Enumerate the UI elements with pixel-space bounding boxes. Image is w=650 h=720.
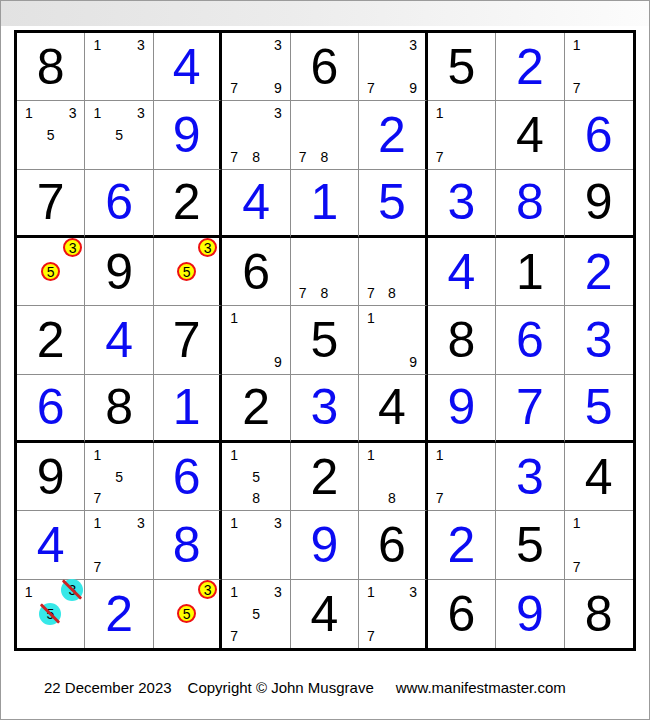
candidate-slot-4	[360, 603, 381, 625]
candidate-5-eliminated[interactable]: 5	[39, 603, 61, 625]
candidate-8[interactable]: 8	[252, 149, 260, 165]
footer-date: 22 December 2023	[44, 679, 172, 696]
cell-r1c7[interactable]: 5	[428, 33, 496, 101]
candidate-slot-9	[267, 625, 289, 647]
candidate-slot-6	[130, 534, 152, 556]
candidate-slot-3: 3	[61, 581, 83, 603]
candidate-slot-2	[381, 307, 402, 329]
cell-r7c9[interactable]: 4	[565, 443, 633, 511]
cell-r5c2[interactable]: 4	[85, 306, 153, 374]
cell-r3c2[interactable]: 6	[85, 170, 153, 238]
candidate-slot-3: 3	[267, 34, 289, 56]
cell-r4c6[interactable]: 78	[359, 238, 427, 306]
cell-r4c3[interactable]: 35	[154, 238, 222, 306]
cell-r6c6[interactable]: 4	[359, 375, 427, 443]
candidate-5[interactable]: 5	[47, 127, 55, 143]
cell-r6c3[interactable]: 1	[154, 375, 222, 443]
pencil-marks: 13	[86, 34, 151, 99]
candidate-3[interactable]: 3	[274, 37, 282, 53]
candidate-slot-4	[18, 124, 40, 146]
candidate-slot-3: 3	[403, 34, 424, 56]
candidate-slot-5	[108, 534, 130, 556]
candidate-slot-4	[292, 261, 314, 283]
candidate-slot-9	[130, 146, 152, 168]
candidate-3[interactable]: 3	[137, 515, 145, 531]
candidate-7[interactable]: 7	[93, 559, 101, 575]
candidate-5-highlighted[interactable]: 5	[177, 262, 196, 281]
given-digit: 6	[447, 589, 475, 639]
candidate-slot-9	[403, 625, 424, 647]
candidate-slot-3	[610, 512, 632, 534]
cell-r3c7[interactable]: 3	[428, 170, 496, 238]
candidate-slot-1	[292, 102, 314, 124]
candidate-slot-2	[450, 102, 472, 124]
candidate-7[interactable]: 7	[230, 149, 238, 165]
cell-r4c4[interactable]: 6	[222, 238, 290, 306]
cell-r2c1[interactable]: 135	[17, 101, 85, 169]
pencil-marks: 157	[86, 444, 151, 509]
candidate-slot-7	[18, 283, 40, 305]
pencil-marks: 18	[360, 444, 423, 509]
candidate-slot-4	[223, 534, 245, 556]
given-digit: 5	[516, 520, 544, 570]
candidate-slot-2	[381, 444, 402, 466]
cell-r6c8[interactable]: 7	[496, 375, 564, 443]
candidate-slot-6	[335, 124, 357, 146]
candidate-slot-1: 1	[223, 444, 245, 466]
candidate-slot-6	[403, 56, 424, 78]
candidate-slot-5	[381, 56, 402, 78]
solved-digit: 9	[516, 589, 544, 639]
pencil-marks: 19	[223, 307, 288, 372]
cell-r4c1[interactable]: 35	[17, 238, 85, 306]
cell-r1c9[interactable]: 17	[565, 33, 633, 101]
candidate-3[interactable]: 3	[274, 584, 282, 600]
candidate-9[interactable]: 9	[409, 80, 417, 96]
cell-r3c8[interactable]: 8	[496, 170, 564, 238]
candidate-slot-1: 1	[86, 34, 108, 56]
candidate-8[interactable]: 8	[321, 149, 329, 165]
candidate-slot-9	[130, 556, 152, 578]
candidate-slot-7	[223, 556, 245, 578]
candidate-8[interactable]: 8	[388, 285, 396, 301]
candidate-slot-2	[245, 512, 267, 534]
solved-digit: 4	[242, 177, 270, 227]
cell-r5c4[interactable]: 19	[222, 306, 290, 374]
candidate-8[interactable]: 8	[388, 490, 396, 506]
cell-r2c2[interactable]: 135	[85, 101, 153, 169]
solved-digit: 8	[516, 177, 544, 227]
candidate-slot-5	[245, 329, 267, 351]
candidate-slot-1: 1	[566, 512, 588, 534]
cell-r9c1[interactable]: 135	[17, 580, 85, 648]
cell-r8c3[interactable]: 8	[154, 511, 222, 579]
given-digit: 2	[311, 452, 339, 502]
candidate-slot-6	[267, 603, 289, 625]
pencil-marks: 17	[429, 102, 494, 167]
cell-r7c1[interactable]: 9	[17, 443, 85, 511]
solved-digit: 7	[516, 382, 544, 432]
candidate-slot-9	[403, 283, 424, 305]
candidate-slot-1: 1	[223, 307, 245, 329]
candidate-slot-6	[403, 329, 424, 351]
pencil-marks: 17	[566, 512, 632, 577]
pencil-marks: 378	[223, 102, 288, 167]
candidate-slot-8	[176, 283, 197, 305]
candidate-slot-9	[130, 78, 152, 100]
pencil-marks: 13	[223, 512, 288, 577]
candidate-slot-6	[267, 329, 289, 351]
candidate-slot-2	[450, 444, 472, 466]
cell-r2c5[interactable]: 78	[291, 101, 359, 169]
cell-r2c3[interactable]: 9	[154, 101, 222, 169]
given-digit: 2	[173, 177, 201, 227]
candidate-slot-2	[176, 581, 197, 603]
candidate-slot-3: 3	[197, 581, 218, 603]
candidate-7[interactable]: 7	[367, 628, 375, 644]
candidate-1[interactable]: 1	[230, 515, 238, 531]
candidate-slot-9	[267, 556, 289, 578]
cell-r8c8[interactable]: 5	[496, 511, 564, 579]
candidate-5-highlighted[interactable]: 5	[177, 604, 196, 623]
cell-r5c1[interactable]: 2	[17, 306, 85, 374]
candidate-slot-3: 3	[403, 581, 424, 603]
candidate-7[interactable]: 7	[367, 285, 375, 301]
candidate-slot-8	[588, 78, 610, 100]
solved-digit: 3	[447, 177, 475, 227]
cell-r7c8[interactable]: 3	[496, 443, 564, 511]
cell-r5c5[interactable]: 5	[291, 306, 359, 374]
candidate-slot-8	[108, 556, 130, 578]
candidate-3[interactable]: 3	[274, 105, 282, 121]
candidate-1[interactable]: 1	[367, 447, 375, 463]
cell-r8c7[interactable]: 2	[428, 511, 496, 579]
candidate-slot-5	[450, 466, 472, 488]
given-digit: 9	[105, 247, 133, 297]
candidate-slot-6	[130, 56, 152, 78]
candidate-1[interactable]: 1	[25, 105, 33, 121]
candidate-1[interactable]: 1	[93, 447, 101, 463]
cell-r4c5[interactable]: 78	[291, 238, 359, 306]
candidate-slot-7	[18, 146, 40, 168]
candidate-slot-9	[335, 283, 357, 305]
candidate-slot-4	[223, 603, 245, 625]
cell-r6c1[interactable]: 6	[17, 375, 85, 443]
solved-digit: 2	[447, 520, 475, 570]
given-digit: 5	[311, 315, 339, 365]
candidate-8[interactable]: 8	[252, 490, 260, 506]
cell-r6c7[interactable]: 9	[428, 375, 496, 443]
candidate-slot-6	[610, 534, 632, 556]
solved-digit: 9	[447, 382, 475, 432]
candidate-7[interactable]: 7	[436, 490, 444, 506]
cell-r8c9[interactable]: 17	[565, 511, 633, 579]
candidate-7[interactable]: 7	[230, 628, 238, 644]
candidate-slot-2	[245, 102, 267, 124]
candidate-slot-2	[108, 102, 130, 124]
candidate-slot-4	[360, 261, 381, 283]
candidate-1[interactable]: 1	[230, 310, 238, 326]
candidate-slot-9: 9	[267, 351, 289, 373]
cell-r3c5[interactable]: 1	[291, 170, 359, 238]
candidate-slot-1	[292, 239, 314, 261]
candidate-slot-1	[360, 34, 381, 56]
cell-r7c4[interactable]: 158	[222, 443, 290, 511]
cell-r8c6[interactable]: 6	[359, 511, 427, 579]
cell-r6c9[interactable]: 5	[565, 375, 633, 443]
candidate-slot-1	[155, 239, 176, 261]
candidate-slot-5	[381, 603, 402, 625]
candidate-slot-8: 8	[314, 283, 336, 305]
candidate-3[interactable]: 3	[69, 105, 77, 121]
candidate-5[interactable]: 5	[115, 469, 123, 485]
cell-r8c2[interactable]: 137	[85, 511, 153, 579]
candidate-slot-5: 5	[40, 261, 62, 283]
candidate-slot-6	[267, 56, 289, 78]
cell-r6c5[interactable]: 3	[291, 375, 359, 443]
cell-r9c7[interactable]: 6	[428, 580, 496, 648]
cell-r3c4[interactable]: 4	[222, 170, 290, 238]
candidate-slot-5	[381, 466, 402, 488]
candidate-slot-8	[245, 78, 267, 100]
cell-r1c3[interactable]: 4	[154, 33, 222, 101]
candidate-slot-9	[472, 488, 494, 510]
footer-url: www.manifestmaster.com	[396, 679, 566, 696]
candidate-slot-9: 9	[403, 78, 424, 100]
candidate-slot-8	[108, 78, 130, 100]
candidate-slot-1: 1	[86, 512, 108, 534]
candidate-1[interactable]: 1	[573, 515, 581, 531]
candidate-3[interactable]: 3	[274, 515, 282, 531]
candidate-slot-1: 1	[429, 102, 451, 124]
candidate-slot-5: 5	[245, 466, 267, 488]
given-digit: 8	[37, 42, 65, 92]
candidate-slot-6	[403, 261, 424, 283]
candidate-slot-8	[245, 351, 267, 373]
cell-r7c5[interactable]: 2	[291, 443, 359, 511]
candidate-slot-2	[108, 512, 130, 534]
candidate-slot-6	[267, 466, 289, 488]
cell-r9c8[interactable]: 9	[496, 580, 564, 648]
cell-r3c3[interactable]: 2	[154, 170, 222, 238]
solved-digit: 5	[585, 382, 613, 432]
candidate-9[interactable]: 9	[409, 354, 417, 370]
candidate-1[interactable]: 1	[436, 447, 444, 463]
candidate-slot-9	[610, 556, 632, 578]
candidate-slot-4	[566, 56, 588, 78]
candidate-1[interactable]: 1	[93, 105, 101, 121]
candidate-slot-6	[335, 261, 357, 283]
candidate-7[interactable]: 7	[230, 80, 238, 96]
cell-r7c7[interactable]: 17	[428, 443, 496, 511]
candidate-5[interactable]: 5	[115, 127, 123, 143]
candidate-slot-7	[223, 488, 245, 510]
cell-r2c9[interactable]: 6	[565, 101, 633, 169]
candidate-slot-4	[18, 261, 40, 283]
candidate-slot-9	[403, 488, 424, 510]
solved-digit: 6	[516, 315, 544, 365]
cell-r7c2[interactable]: 157	[85, 443, 153, 511]
cell-r6c2[interactable]: 8	[85, 375, 153, 443]
candidate-slot-1	[18, 239, 40, 261]
candidate-slot-9	[267, 146, 289, 168]
cell-r2c8[interactable]: 4	[496, 101, 564, 169]
pencil-marks: 78	[292, 102, 357, 167]
pencil-marks: 158	[223, 444, 288, 509]
candidate-slot-4	[18, 603, 39, 625]
candidate-slot-5: 5	[176, 603, 197, 625]
candidate-slot-1: 1	[566, 34, 588, 56]
candidate-3[interactable]: 3	[137, 105, 145, 121]
candidate-slot-3	[610, 34, 632, 56]
cell-r4c8[interactable]: 1	[496, 238, 564, 306]
candidate-3[interactable]: 3	[409, 584, 417, 600]
candidate-1[interactable]: 1	[25, 584, 33, 600]
cell-r8c4[interactable]: 13	[222, 511, 290, 579]
candidate-7[interactable]: 7	[93, 490, 101, 506]
cell-r9c9[interactable]: 8	[565, 580, 633, 648]
candidate-slot-7	[155, 283, 176, 305]
footer: 22 December 2023Copyright © John Musgrav…	[44, 679, 566, 696]
cell-r1c1[interactable]: 8	[17, 33, 85, 101]
cell-r1c2[interactable]: 13	[85, 33, 153, 101]
candidate-slot-7: 7	[292, 283, 314, 305]
solved-digit: 1	[173, 382, 201, 432]
candidate-slot-8	[381, 625, 402, 647]
candidate-slot-7: 7	[429, 146, 451, 168]
cell-r7c3[interactable]: 6	[154, 443, 222, 511]
cell-r8c5[interactable]: 9	[291, 511, 359, 579]
given-digit: 8	[447, 315, 475, 365]
cell-r9c3[interactable]: 35	[154, 580, 222, 648]
candidate-1[interactable]: 1	[573, 37, 581, 53]
candidate-3-highlighted[interactable]: 3	[198, 238, 217, 257]
cell-r3c6[interactable]: 5	[359, 170, 427, 238]
candidate-slot-7: 7	[360, 625, 381, 647]
given-digit: 7	[37, 177, 65, 227]
candidate-slot-4	[155, 261, 176, 283]
given-digit: 4	[516, 110, 544, 160]
cell-r2c7[interactable]: 17	[428, 101, 496, 169]
candidate-1[interactable]: 1	[93, 37, 101, 53]
candidate-slot-3: 3	[130, 34, 152, 56]
cell-r4c7[interactable]: 4	[428, 238, 496, 306]
cell-r9c5[interactable]: 4	[291, 580, 359, 648]
candidate-slot-8	[108, 488, 130, 510]
candidate-slot-7	[360, 351, 381, 373]
cell-r3c9[interactable]: 9	[565, 170, 633, 238]
solved-digit: 4	[37, 520, 65, 570]
candidate-3-highlighted[interactable]: 3	[63, 238, 82, 257]
solved-digit: 6	[173, 452, 201, 502]
sudoku-board: 8134379637952171351359378782174676241538…	[14, 30, 636, 651]
candidate-1[interactable]: 1	[230, 584, 238, 600]
given-digit: 4	[585, 452, 613, 502]
candidate-slot-6	[197, 261, 218, 283]
candidate-7[interactable]: 7	[573, 80, 581, 96]
candidate-slot-1: 1	[429, 444, 451, 466]
candidate-1[interactable]: 1	[367, 310, 375, 326]
candidate-slot-9	[61, 625, 83, 647]
cell-r5c6[interactable]: 19	[359, 306, 427, 374]
cell-r9c2[interactable]: 2	[85, 580, 153, 648]
candidate-8[interactable]: 8	[321, 285, 329, 301]
candidate-7[interactable]: 7	[299, 149, 307, 165]
candidate-slot-7	[18, 625, 39, 647]
candidate-slot-1: 1	[86, 444, 108, 466]
candidate-slot-7: 7	[223, 146, 245, 168]
candidate-slot-2	[245, 34, 267, 56]
candidate-7[interactable]: 7	[367, 80, 375, 96]
candidate-slot-4	[223, 56, 245, 78]
candidate-7[interactable]: 7	[299, 285, 307, 301]
candidate-9[interactable]: 9	[274, 354, 282, 370]
candidate-9[interactable]: 9	[274, 80, 282, 96]
candidate-slot-6	[130, 466, 152, 488]
solved-digit: 9	[311, 520, 339, 570]
candidate-5[interactable]: 5	[252, 469, 260, 485]
candidate-slot-2	[108, 34, 130, 56]
candidate-1[interactable]: 1	[230, 447, 238, 463]
candidate-slot-6	[403, 466, 424, 488]
cell-r5c7[interactable]: 8	[428, 306, 496, 374]
candidate-slot-8: 8	[381, 488, 402, 510]
candidate-3-eliminated[interactable]: 3	[61, 579, 83, 601]
candidate-7[interactable]: 7	[573, 559, 581, 575]
candidate-5-highlighted[interactable]: 5	[41, 262, 60, 281]
candidate-slot-9	[130, 488, 152, 510]
cell-r1c6[interactable]: 379	[359, 33, 427, 101]
candidate-slot-9	[472, 146, 494, 168]
candidate-slot-2	[588, 512, 610, 534]
candidate-slot-5: 5	[176, 261, 197, 283]
candidate-slot-5	[314, 261, 336, 283]
candidate-slot-1	[155, 581, 176, 603]
candidate-1[interactable]: 1	[367, 584, 375, 600]
cell-r8c1[interactable]: 4	[17, 511, 85, 579]
cell-r4c9[interactable]: 2	[565, 238, 633, 306]
candidate-5[interactable]: 5	[252, 606, 260, 622]
cell-r9c4[interactable]: 1357	[222, 580, 290, 648]
candidate-slot-2	[381, 581, 402, 603]
candidate-1[interactable]: 1	[93, 515, 101, 531]
candidate-7[interactable]: 7	[436, 149, 444, 165]
candidate-1[interactable]: 1	[436, 105, 444, 121]
cell-r9c6[interactable]: 137	[359, 580, 427, 648]
cell-r2c4[interactable]: 378	[222, 101, 290, 169]
cell-r5c8[interactable]: 6	[496, 306, 564, 374]
candidate-slot-7: 7	[360, 78, 381, 100]
cell-r1c8[interactable]: 2	[496, 33, 564, 101]
cell-r1c5[interactable]: 6	[291, 33, 359, 101]
cell-r6c4[interactable]: 2	[222, 375, 290, 443]
candidate-slot-8	[108, 146, 130, 168]
cell-r5c3[interactable]: 7	[154, 306, 222, 374]
cell-r1c4[interactable]: 379	[222, 33, 290, 101]
candidate-slot-8	[245, 625, 267, 647]
cell-r4c2[interactable]: 9	[85, 238, 153, 306]
candidate-slot-6	[472, 466, 494, 488]
cell-r5c9[interactable]: 3	[565, 306, 633, 374]
given-digit: 9	[37, 452, 65, 502]
candidate-slot-3: 3	[197, 239, 218, 261]
cell-r7c6[interactable]: 18	[359, 443, 427, 511]
candidate-3[interactable]: 3	[137, 37, 145, 53]
candidate-3-highlighted[interactable]: 3	[198, 580, 217, 599]
cell-r2c6[interactable]: 2	[359, 101, 427, 169]
candidate-3[interactable]: 3	[409, 37, 417, 53]
cell-r3c1[interactable]: 7	[17, 170, 85, 238]
